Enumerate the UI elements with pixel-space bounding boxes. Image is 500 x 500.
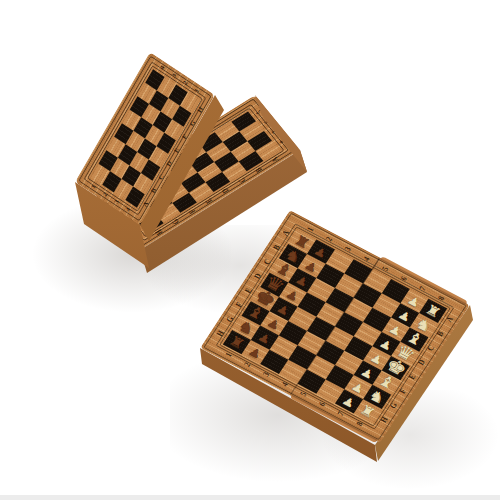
coordinate-label: A [269, 155, 280, 163]
coordinate-label: E [172, 146, 180, 154]
coordinate-label: 5 [253, 109, 263, 116]
coordinate-label: 2 [324, 235, 335, 243]
coordinate-label: 8 [277, 138, 287, 145]
open-board-left-side-face [0, 0, 500, 500]
coordinate-label: D [219, 186, 230, 194]
photo-edge-strip [0, 495, 500, 500]
coordinate-label: 4 [158, 64, 166, 71]
coordinate-label: 8 [354, 420, 365, 428]
piece-glyph: ♟ [246, 346, 263, 361]
coordinate-label: 1 [193, 87, 201, 94]
coordinate-label: C [425, 344, 437, 353]
coordinate-label: E [242, 286, 254, 295]
coordinate-label: 3 [170, 72, 178, 79]
coordinate-label: F [186, 207, 197, 215]
coordinate-label: C [236, 176, 247, 184]
coordinate-label: 6 [398, 274, 409, 282]
coordinate-label: 2 [181, 80, 189, 87]
coordinate-label: 5 [298, 390, 309, 398]
piece-glyph: ♟ [340, 395, 357, 410]
coordinate-label: C [157, 173, 165, 181]
coordinate-label: F [397, 387, 409, 395]
coordinate-label: H [196, 105, 205, 114]
pieces-layer: ♜♟♟♜♞♟♟♞♝♟♟♝♛♟♟♛♚♟♟♚♝♟♟♝♞♟♟♞♜♟♟♜ [223, 230, 447, 424]
coordinate-label: 2 [242, 361, 253, 369]
coordinate-label: 3 [113, 198, 121, 205]
coordinate-label: A [280, 228, 292, 237]
coordinate-label: G [223, 314, 235, 323]
coordinate-label: D [252, 271, 264, 280]
coordinate-label: G [170, 217, 181, 226]
coordinate-label: D [416, 358, 428, 367]
coordinate-label: 7 [335, 410, 346, 418]
coordinate-label: C [261, 257, 273, 266]
coordinate-label: 2 [101, 190, 109, 197]
coordinate-label: 7 [417, 284, 428, 292]
piece-glyph: ♜ [357, 403, 377, 421]
coordinate-label: A [444, 315, 456, 324]
open-chess-board: 1234567812345678ABCDEFGHABCDEFGH♜♟♟♜♞♟♟♞… [200, 210, 470, 443]
coordinate-label: B [270, 243, 282, 252]
product-photo-chess-set: HGFEDCBA5678 43211234HGFEDCBA 1234567812… [0, 0, 500, 500]
coordinate-label: H [153, 228, 164, 237]
coordinate-label: F [180, 133, 188, 141]
coordinate-label: B [149, 187, 157, 195]
coordinate-label: 4 [124, 206, 132, 213]
box-upper-thickness-face [0, 0, 500, 500]
coordinate-label: B [253, 166, 264, 174]
coordinate-label: 8 [436, 294, 447, 302]
coordinate-label: B [435, 330, 447, 339]
box-lower-front-side-face [0, 0, 500, 500]
coordinate-label: 1 [223, 351, 234, 359]
coordinate-label: E [406, 373, 418, 382]
coordinate-label: F [233, 300, 245, 308]
box-lower-right-side-face [0, 0, 500, 500]
coordinate-label: A [141, 200, 149, 208]
coordinate-label: 4 [361, 255, 372, 263]
coordinate-label: 1 [305, 225, 316, 233]
coordinate-label: H [214, 329, 226, 338]
coordinate-label: 7 [269, 128, 279, 135]
coordinate-label: H [378, 415, 390, 424]
coordinate-label: G [188, 119, 197, 128]
coordinate-label: 5 [380, 265, 391, 273]
coordinate-label: 1 [90, 183, 98, 190]
coordinate-label: 6 [316, 400, 327, 408]
coordinate-label: 3 [342, 245, 353, 253]
open-board-right-side-face [0, 0, 500, 500]
coordinate-label: 6 [261, 118, 271, 125]
coordinate-label: E [203, 197, 214, 205]
coordinate-label: G [388, 401, 400, 410]
coordinate-label: 4 [279, 381, 290, 389]
coordinate-label: 3 [260, 371, 271, 379]
box-left-side-face [0, 0, 500, 500]
coordinate-label: D [164, 159, 172, 167]
